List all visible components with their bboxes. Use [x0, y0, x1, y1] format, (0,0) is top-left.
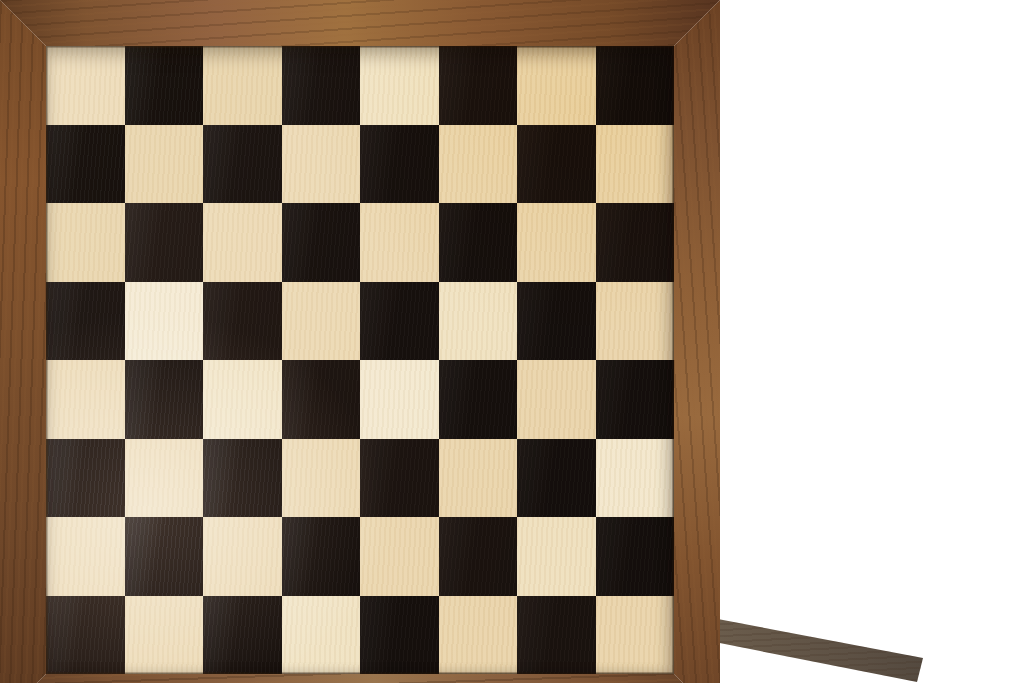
- square-g8: [517, 46, 596, 125]
- square-e6: [360, 203, 439, 282]
- square-a7: [46, 125, 125, 204]
- chessboard: [0, 0, 720, 683]
- square-a2: [46, 517, 125, 596]
- square-c3: [203, 439, 282, 518]
- square-d5: [282, 282, 361, 361]
- playing-surface: [46, 46, 674, 674]
- square-g7: [517, 125, 596, 204]
- square-e4: [360, 360, 439, 439]
- square-h8: [596, 46, 675, 125]
- square-b6: [125, 203, 204, 282]
- square-b7: [125, 125, 204, 204]
- square-d4: [282, 360, 361, 439]
- square-e3: [360, 439, 439, 518]
- square-d3: [282, 439, 361, 518]
- square-f5: [439, 282, 518, 361]
- square-h5: [596, 282, 675, 361]
- square-h3: [596, 439, 675, 518]
- square-h2: [596, 517, 675, 596]
- square-a1: [46, 596, 125, 675]
- square-d2: [282, 517, 361, 596]
- square-b5: [125, 282, 204, 361]
- square-h7: [596, 125, 675, 204]
- product-photo-scene: [0, 0, 1024, 683]
- square-c6: [203, 203, 282, 282]
- square-b3: [125, 439, 204, 518]
- square-f2: [439, 517, 518, 596]
- square-f3: [439, 439, 518, 518]
- square-e5: [360, 282, 439, 361]
- square-h6: [596, 203, 675, 282]
- square-g4: [517, 360, 596, 439]
- square-f8: [439, 46, 518, 125]
- square-a4: [46, 360, 125, 439]
- square-h1: [596, 596, 675, 675]
- square-a5: [46, 282, 125, 361]
- square-b2: [125, 517, 204, 596]
- square-f1: [439, 596, 518, 675]
- square-f6: [439, 203, 518, 282]
- square-h4: [596, 360, 675, 439]
- square-d1: [282, 596, 361, 675]
- square-a6: [46, 203, 125, 282]
- square-f7: [439, 125, 518, 204]
- square-g3: [517, 439, 596, 518]
- square-g2: [517, 517, 596, 596]
- square-g1: [517, 596, 596, 675]
- square-d8: [282, 46, 361, 125]
- square-c7: [203, 125, 282, 204]
- square-e2: [360, 517, 439, 596]
- square-c8: [203, 46, 282, 125]
- square-b1: [125, 596, 204, 675]
- square-c2: [203, 517, 282, 596]
- square-c1: [203, 596, 282, 675]
- square-f4: [439, 360, 518, 439]
- square-a3: [46, 439, 125, 518]
- square-c5: [203, 282, 282, 361]
- square-d7: [282, 125, 361, 204]
- square-a8: [46, 46, 125, 125]
- square-g6: [517, 203, 596, 282]
- square-g5: [517, 282, 596, 361]
- square-d6: [282, 203, 361, 282]
- square-e7: [360, 125, 439, 204]
- square-b8: [125, 46, 204, 125]
- square-c4: [203, 360, 282, 439]
- square-b4: [125, 360, 204, 439]
- square-e8: [360, 46, 439, 125]
- square-e1: [360, 596, 439, 675]
